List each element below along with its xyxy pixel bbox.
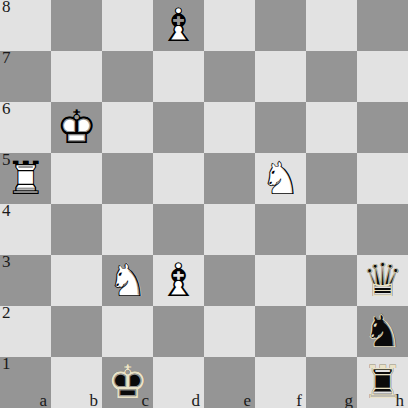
square-h2[interactable]: ♞♘: [357, 306, 408, 357]
white-bishop-fill-glyph: ♝: [153, 0, 204, 51]
square-c7[interactable]: [102, 51, 153, 102]
square-d8[interactable]: ♝♗: [153, 0, 204, 51]
black-knight-outline-glyph: ♘: [357, 306, 408, 357]
white-king-outline-glyph: ♔: [51, 102, 102, 153]
square-c6[interactable]: [102, 102, 153, 153]
rank-label-4: 4: [2, 202, 11, 221]
white-rook-outline-glyph: ♖: [0, 153, 51, 204]
white-knight-fill-glyph: ♞: [255, 153, 306, 204]
file-label-a: a: [39, 392, 47, 408]
square-c8[interactable]: [102, 0, 153, 51]
square-c2[interactable]: [102, 306, 153, 357]
square-e6[interactable]: [204, 102, 255, 153]
square-b6[interactable]: ♚♔: [51, 102, 102, 153]
square-a5[interactable]: 5♜♖: [0, 153, 51, 204]
rank-label-1: 1: [2, 355, 11, 374]
square-e3[interactable]: [204, 255, 255, 306]
white-king-fill-glyph: ♚: [51, 102, 102, 153]
square-d7[interactable]: [153, 51, 204, 102]
square-g3[interactable]: [306, 255, 357, 306]
white-knight[interactable]: ♞♘: [102, 255, 153, 306]
square-f8[interactable]: [255, 0, 306, 51]
chess-board: 8♝♗76♚♔5♜♖♞♘43♞♘♝♗♛♕2♞♘1abc♚♔defgh♜♖: [0, 0, 408, 408]
square-f6[interactable]: [255, 102, 306, 153]
square-a4[interactable]: 4: [0, 204, 51, 255]
file-label-e: e: [243, 392, 251, 408]
black-rook[interactable]: ♜♖: [357, 357, 408, 408]
square-h5[interactable]: [357, 153, 408, 204]
square-h1[interactable]: h♜♖: [357, 357, 408, 408]
square-f2[interactable]: [255, 306, 306, 357]
square-c4[interactable]: [102, 204, 153, 255]
file-label-f: f: [296, 392, 302, 408]
white-rook[interactable]: ♜♖: [0, 153, 51, 204]
square-g6[interactable]: [306, 102, 357, 153]
white-bishop-outline-glyph: ♗: [153, 255, 204, 306]
square-a7[interactable]: 7: [0, 51, 51, 102]
black-knight-fill-glyph: ♞: [357, 306, 408, 357]
white-knight-outline-glyph: ♘: [255, 153, 306, 204]
square-e7[interactable]: [204, 51, 255, 102]
black-rook-outline-glyph: ♖: [357, 357, 408, 408]
square-g7[interactable]: [306, 51, 357, 102]
square-b4[interactable]: [51, 204, 102, 255]
black-queen[interactable]: ♛♕: [357, 255, 408, 306]
black-queen-outline-glyph: ♕: [357, 255, 408, 306]
square-a1[interactable]: 1a: [0, 357, 51, 408]
white-rook-fill-glyph: ♜: [0, 153, 51, 204]
rank-label-7: 7: [2, 49, 11, 68]
square-f1[interactable]: f: [255, 357, 306, 408]
square-b8[interactable]: [51, 0, 102, 51]
file-label-g: g: [345, 392, 354, 408]
white-knight-outline-glyph: ♘: [102, 255, 153, 306]
rank-label-2: 2: [2, 304, 11, 323]
square-h8[interactable]: [357, 0, 408, 51]
rank-label-3: 3: [2, 253, 11, 272]
square-h7[interactable]: [357, 51, 408, 102]
black-knight[interactable]: ♞♘: [357, 306, 408, 357]
square-b2[interactable]: [51, 306, 102, 357]
white-knight[interactable]: ♞♘: [255, 153, 306, 204]
square-b5[interactable]: [51, 153, 102, 204]
square-g4[interactable]: [306, 204, 357, 255]
square-f5[interactable]: ♞♘: [255, 153, 306, 204]
black-king-fill-glyph: ♚: [102, 357, 153, 408]
square-e2[interactable]: [204, 306, 255, 357]
square-c1[interactable]: c♚♔: [102, 357, 153, 408]
black-king-outline-glyph: ♔: [102, 357, 153, 408]
square-c3[interactable]: ♞♘: [102, 255, 153, 306]
white-bishop[interactable]: ♝♗: [153, 0, 204, 51]
square-d4[interactable]: [153, 204, 204, 255]
white-bishop-fill-glyph: ♝: [153, 255, 204, 306]
square-e8[interactable]: [204, 0, 255, 51]
square-g2[interactable]: [306, 306, 357, 357]
black-queen-fill-glyph: ♛: [357, 255, 408, 306]
black-rook-fill-glyph: ♜: [357, 357, 408, 408]
square-c5[interactable]: [102, 153, 153, 204]
square-b7[interactable]: [51, 51, 102, 102]
white-bishop[interactable]: ♝♗: [153, 255, 204, 306]
square-a6[interactable]: 6: [0, 102, 51, 153]
square-a8[interactable]: 8: [0, 0, 51, 51]
black-king[interactable]: ♚♔: [102, 357, 153, 408]
square-d2[interactable]: [153, 306, 204, 357]
square-a2[interactable]: 2: [0, 306, 51, 357]
rank-label-6: 6: [2, 100, 11, 119]
square-b3[interactable]: [51, 255, 102, 306]
white-king[interactable]: ♚♔: [51, 102, 102, 153]
square-e5[interactable]: [204, 153, 255, 204]
square-d5[interactable]: [153, 153, 204, 204]
white-knight-fill-glyph: ♞: [102, 255, 153, 306]
square-f7[interactable]: [255, 51, 306, 102]
square-a3[interactable]: 3: [0, 255, 51, 306]
square-g5[interactable]: [306, 153, 357, 204]
square-d1[interactable]: d: [153, 357, 204, 408]
file-label-d: d: [192, 392, 201, 408]
square-h4[interactable]: [357, 204, 408, 255]
square-d6[interactable]: [153, 102, 204, 153]
square-g1[interactable]: g: [306, 357, 357, 408]
square-d3[interactable]: ♝♗: [153, 255, 204, 306]
rank-label-8: 8: [2, 0, 11, 17]
square-f3[interactable]: [255, 255, 306, 306]
square-h6[interactable]: [357, 102, 408, 153]
square-g8[interactable]: [306, 0, 357, 51]
file-label-b: b: [90, 392, 99, 408]
square-e1[interactable]: e: [204, 357, 255, 408]
square-e4[interactable]: [204, 204, 255, 255]
square-f4[interactable]: [255, 204, 306, 255]
square-b1[interactable]: b: [51, 357, 102, 408]
square-h3[interactable]: ♛♕: [357, 255, 408, 306]
white-bishop-outline-glyph: ♗: [153, 0, 204, 51]
